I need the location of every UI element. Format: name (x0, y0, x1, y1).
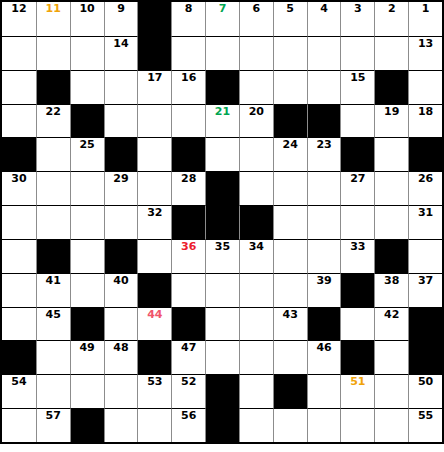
cell-r13c9[interactable] (273, 408, 307, 442)
cell-r3c13[interactable] (408, 70, 442, 104)
black-cell-r10c10 (307, 307, 341, 341)
cell-r2c6[interactable] (171, 36, 205, 70)
clue-number-30: 30 (2, 172, 36, 185)
black-cell-r3c7 (205, 70, 239, 104)
cell-r7c10[interactable] (307, 205, 341, 239)
cell-r10c11[interactable] (340, 307, 374, 341)
cell-r2c13[interactable]: 13 (408, 36, 442, 70)
cell-r12c1[interactable]: 54 (2, 374, 36, 408)
cell-r6c9[interactable] (273, 171, 307, 205)
clue-number-50: 50 (409, 375, 442, 388)
cell-r1c11[interactable]: 3 (340, 2, 374, 36)
black-cell-r9c5 (137, 273, 171, 307)
cell-r13c12[interactable] (374, 408, 408, 442)
cell-r8c5[interactable] (137, 239, 171, 273)
clue-number-56: 56 (172, 409, 205, 422)
black-cell-r8c12 (374, 239, 408, 273)
clue-number-9: 9 (105, 2, 138, 15)
clue-number-23: 23 (308, 138, 341, 151)
cell-r3c4[interactable] (104, 70, 138, 104)
cell-r4c13[interactable]: 18 (408, 104, 442, 138)
cell-r2c9[interactable] (273, 36, 307, 70)
black-cell-r6c7 (205, 171, 239, 205)
cell-r11c9[interactable] (273, 340, 307, 374)
cell-r12c4[interactable] (104, 374, 138, 408)
cell-r12c10[interactable] (307, 374, 341, 408)
cell-r7c11[interactable] (340, 205, 374, 239)
cell-r9c1[interactable] (2, 273, 36, 307)
cell-r1c13[interactable]: 1 (408, 2, 442, 36)
clue-number-47: 47 (172, 341, 205, 354)
cell-r7c13[interactable]: 31 (408, 205, 442, 239)
cell-r5c5[interactable] (137, 137, 171, 171)
clue-number-5: 5 (274, 2, 307, 15)
clue-number-4: 4 (308, 2, 341, 15)
cell-r11c10[interactable]: 46 (307, 340, 341, 374)
cell-r11c12[interactable] (374, 340, 408, 374)
cell-r7c12[interactable] (374, 205, 408, 239)
cell-r12c6[interactable]: 52 (171, 374, 205, 408)
cell-r11c8[interactable] (239, 340, 273, 374)
cell-r6c10[interactable] (307, 171, 341, 205)
cell-r7c5[interactable]: 32 (137, 205, 171, 239)
clue-number-24: 24 (274, 138, 307, 151)
black-cell-r10c13 (408, 307, 442, 341)
cell-r4c12[interactable]: 19 (374, 104, 408, 138)
clue-number-15: 15 (341, 71, 374, 84)
black-cell-r10c3 (70, 307, 104, 341)
cell-r8c11[interactable]: 33 (340, 239, 374, 273)
cell-r3c8[interactable] (239, 70, 273, 104)
clue-number-32: 32 (138, 206, 171, 219)
crossword-grid: 1211109876543211413171615222120191825242… (0, 0, 444, 444)
cell-r4c2[interactable]: 22 (36, 104, 70, 138)
cell-r6c1[interactable]: 30 (2, 171, 36, 205)
cell-r13c11[interactable] (340, 408, 374, 442)
cell-r3c9[interactable] (273, 70, 307, 104)
cell-r11c2[interactable] (36, 340, 70, 374)
cell-r2c11[interactable] (340, 36, 374, 70)
clue-number-31: 31 (409, 206, 442, 219)
clue-number-7: 7 (206, 2, 239, 15)
cell-r9c13[interactable]: 37 (408, 273, 442, 307)
clue-number-43: 43 (274, 308, 307, 321)
clue-number-28: 28 (172, 172, 205, 185)
cell-r6c2[interactable] (36, 171, 70, 205)
clue-number-45: 45 (37, 308, 70, 321)
clue-number-10: 10 (71, 2, 104, 15)
clue-number-2: 2 (375, 2, 408, 15)
cell-r1c9[interactable]: 5 (273, 2, 307, 36)
cell-r2c3[interactable] (70, 36, 104, 70)
cell-r4c1[interactable] (2, 104, 36, 138)
cell-r9c4[interactable]: 40 (104, 273, 138, 307)
cell-r8c8[interactable]: 34 (239, 239, 273, 273)
cell-r6c3[interactable] (70, 171, 104, 205)
cell-r7c4[interactable] (104, 205, 138, 239)
cell-r13c4[interactable] (104, 408, 138, 442)
cell-r11c3[interactable]: 49 (70, 340, 104, 374)
cell-r6c12[interactable] (374, 171, 408, 205)
clue-number-41: 41 (37, 274, 70, 287)
cell-r10c9[interactable]: 43 (273, 307, 307, 341)
black-cell-r1c5 (137, 2, 171, 36)
cell-r9c9[interactable] (273, 273, 307, 307)
cell-r5c8[interactable] (239, 137, 273, 171)
cell-r13c6[interactable]: 56 (171, 408, 205, 442)
cell-r10c2[interactable]: 45 (36, 307, 70, 341)
cell-r13c10[interactable] (307, 408, 341, 442)
cell-r3c5[interactable]: 17 (137, 70, 171, 104)
cell-r7c3[interactable] (70, 205, 104, 239)
cell-r1c3[interactable]: 10 (70, 2, 104, 36)
cell-r8c1[interactable] (2, 239, 36, 273)
cell-r6c13[interactable]: 26 (408, 171, 442, 205)
clue-number-3: 3 (341, 2, 374, 15)
clue-number-48: 48 (105, 341, 138, 354)
cell-r13c13[interactable]: 55 (408, 408, 442, 442)
cell-r2c4[interactable]: 14 (104, 36, 138, 70)
cell-r8c10[interactable] (307, 239, 341, 273)
cell-r1c1[interactable]: 12 (2, 2, 36, 36)
cell-r4c5[interactable] (137, 104, 171, 138)
clue-number-12: 12 (2, 2, 36, 15)
black-cell-r4c3 (70, 104, 104, 138)
black-cell-r11c13 (408, 340, 442, 374)
cell-r4c4[interactable] (104, 104, 138, 138)
clue-number-8: 8 (172, 2, 205, 15)
black-cell-r10c6 (171, 307, 205, 341)
cell-r6c8[interactable] (239, 171, 273, 205)
black-cell-r4c9 (273, 104, 307, 138)
black-cell-r5c6 (171, 137, 205, 171)
clue-number-11: 11 (37, 2, 70, 15)
black-cell-r4c10 (307, 104, 341, 138)
cell-r4c6[interactable] (171, 104, 205, 138)
clue-number-37: 37 (409, 274, 442, 287)
black-cell-r9c11 (340, 273, 374, 307)
cell-r7c2[interactable] (36, 205, 70, 239)
clue-number-51: 51 (341, 375, 374, 388)
clue-number-13: 13 (409, 37, 442, 50)
clue-number-35: 35 (206, 240, 239, 253)
cell-r9c3[interactable] (70, 273, 104, 307)
cell-r11c6[interactable]: 47 (171, 340, 205, 374)
cell-r4c7[interactable]: 21 (205, 104, 239, 138)
clue-number-14: 14 (105, 37, 138, 50)
cell-r7c9[interactable] (273, 205, 307, 239)
cell-r2c10[interactable] (307, 36, 341, 70)
clue-number-42: 42 (375, 308, 408, 321)
clue-number-21: 21 (206, 105, 239, 118)
cell-r2c8[interactable] (239, 36, 273, 70)
cell-r8c7[interactable]: 35 (205, 239, 239, 273)
clue-number-26: 26 (409, 172, 442, 185)
cell-r12c11[interactable]: 51 (340, 374, 374, 408)
cell-r13c2[interactable]: 57 (36, 408, 70, 442)
cell-r10c1[interactable] (2, 307, 36, 341)
cell-r9c6[interactable] (171, 273, 205, 307)
cell-r1c12[interactable]: 2 (374, 2, 408, 36)
cell-r9c8[interactable] (239, 273, 273, 307)
cell-r5c3[interactable]: 25 (70, 137, 104, 171)
cell-r5c12[interactable] (374, 137, 408, 171)
cell-r13c8[interactable] (239, 408, 273, 442)
black-cell-r13c3 (70, 408, 104, 442)
cell-r12c3[interactable] (70, 374, 104, 408)
black-cell-r11c5 (137, 340, 171, 374)
cell-r10c4[interactable] (104, 307, 138, 341)
cell-r9c7[interactable] (205, 273, 239, 307)
cell-r12c12[interactable] (374, 374, 408, 408)
cell-r11c7[interactable] (205, 340, 239, 374)
cell-r7c1[interactable] (2, 205, 36, 239)
clue-number-33: 33 (341, 240, 374, 253)
clue-number-38: 38 (375, 274, 408, 287)
cell-r9c12[interactable]: 38 (374, 273, 408, 307)
clue-number-52: 52 (172, 375, 205, 388)
cell-r2c2[interactable] (36, 36, 70, 70)
clue-number-22: 22 (37, 105, 70, 118)
clue-number-25: 25 (71, 138, 104, 151)
clue-number-39: 39 (308, 274, 341, 287)
cell-r6c11[interactable]: 27 (340, 171, 374, 205)
cell-r9c2[interactable]: 41 (36, 273, 70, 307)
clue-number-20: 20 (240, 105, 273, 118)
clue-number-49: 49 (71, 341, 104, 354)
black-cell-r11c11 (340, 340, 374, 374)
cell-r8c6[interactable]: 36 (171, 239, 205, 273)
black-cell-r12c7 (205, 374, 239, 408)
clue-number-54: 54 (2, 375, 36, 388)
cell-r2c12[interactable] (374, 36, 408, 70)
cell-r5c10[interactable]: 23 (307, 137, 341, 171)
cell-r6c6[interactable]: 28 (171, 171, 205, 205)
cell-r13c5[interactable] (137, 408, 171, 442)
clue-number-57: 57 (37, 409, 70, 422)
cell-r8c13[interactable] (408, 239, 442, 273)
cell-r3c1[interactable] (2, 70, 36, 104)
cell-r9c10[interactable]: 39 (307, 273, 341, 307)
cell-r3c6[interactable]: 16 (171, 70, 205, 104)
cell-r6c5[interactable] (137, 171, 171, 205)
clue-number-29: 29 (105, 172, 138, 185)
cell-r12c8[interactable] (239, 374, 273, 408)
cell-r10c5[interactable]: 44 (137, 307, 171, 341)
black-cell-r2c5 (137, 36, 171, 70)
black-cell-r3c2 (36, 70, 70, 104)
clue-number-34: 34 (240, 240, 273, 253)
black-cell-r12c9 (273, 374, 307, 408)
cell-r6c4[interactable]: 29 (104, 171, 138, 205)
clue-number-36: 36 (172, 240, 205, 253)
black-cell-r8c2 (36, 239, 70, 273)
black-cell-r5c13 (408, 137, 442, 171)
cell-r1c7[interactable]: 7 (205, 2, 239, 36)
cell-r4c11[interactable] (340, 104, 374, 138)
cell-r1c8[interactable]: 6 (239, 2, 273, 36)
cell-r2c1[interactable] (2, 36, 36, 70)
black-cell-r7c7 (205, 205, 239, 239)
clue-number-16: 16 (172, 71, 205, 84)
cell-r4c8[interactable]: 20 (239, 104, 273, 138)
clue-number-1: 1 (409, 2, 442, 15)
cell-r1c10[interactable]: 4 (307, 2, 341, 36)
cell-r1c6[interactable]: 8 (171, 2, 205, 36)
cell-r8c9[interactable] (273, 239, 307, 273)
black-cell-r5c4 (104, 137, 138, 171)
cell-r3c10[interactable] (307, 70, 341, 104)
clue-number-44: 44 (138, 308, 171, 321)
cell-r10c8[interactable] (239, 307, 273, 341)
cell-r13c1[interactable] (2, 408, 36, 442)
clue-number-19: 19 (375, 105, 408, 118)
cell-r3c3[interactable] (70, 70, 104, 104)
cell-r2c7[interactable] (205, 36, 239, 70)
cell-r10c7[interactable] (205, 307, 239, 341)
black-cell-r5c1 (2, 137, 36, 171)
black-cell-r11c1 (2, 340, 36, 374)
black-cell-r13c7 (205, 408, 239, 442)
clue-number-40: 40 (105, 274, 138, 287)
cell-r12c2[interactable] (36, 374, 70, 408)
cell-r10c12[interactable]: 42 (374, 307, 408, 341)
clue-number-53: 53 (138, 375, 171, 388)
cell-r1c2[interactable]: 11 (36, 2, 70, 36)
cell-r3c11[interactable]: 15 (340, 70, 374, 104)
cell-r12c13[interactable]: 50 (408, 374, 442, 408)
cell-r5c9[interactable]: 24 (273, 137, 307, 171)
cell-r12c5[interactable]: 53 (137, 374, 171, 408)
cell-r11c4[interactable]: 48 (104, 340, 138, 374)
cell-r5c7[interactable] (205, 137, 239, 171)
cell-r8c3[interactable] (70, 239, 104, 273)
clue-number-55: 55 (409, 409, 442, 422)
clue-number-17: 17 (138, 71, 171, 84)
clue-number-27: 27 (341, 172, 374, 185)
clue-number-46: 46 (308, 341, 341, 354)
clue-number-18: 18 (409, 105, 442, 118)
black-cell-r5c11 (340, 137, 374, 171)
black-cell-r3c12 (374, 70, 408, 104)
black-cell-r7c8 (239, 205, 273, 239)
cell-r5c2[interactable] (36, 137, 70, 171)
black-cell-r7c6 (171, 205, 205, 239)
cell-r1c4[interactable]: 9 (104, 2, 138, 36)
clue-number-6: 6 (240, 2, 273, 15)
black-cell-r8c4 (104, 239, 138, 273)
